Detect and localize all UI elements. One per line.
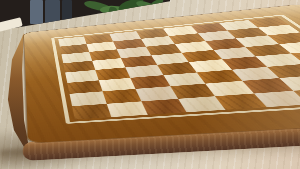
book-spine — [45, 0, 60, 26]
photo-scene — [0, 0, 300, 169]
square-c1[interactable] — [141, 99, 186, 115]
chessboard — [24, 4, 300, 143]
playing-field — [58, 17, 300, 119]
book-spine — [30, 0, 43, 24]
book-spine — [62, 0, 72, 20]
square-a1[interactable] — [72, 104, 111, 120]
plant-leaf — [149, 0, 164, 8]
plant-leaf — [106, 6, 117, 23]
